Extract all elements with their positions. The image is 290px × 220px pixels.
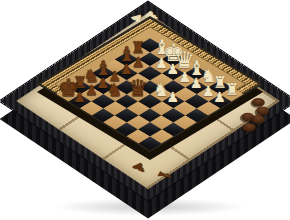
product-photo-frame: ♟♟♟♝ ♜♝♝♚♟♟♛♝♟♟♝♞♟♟♞♜♟♟♜♚♟♞♛♞♟♜♟♟♟ <box>0 0 290 220</box>
white-pawn-glyph: ♟ <box>167 91 180 105</box>
black-knight-glyph: ♞ <box>107 80 123 98</box>
white-rook-glyph: ♜ <box>224 82 238 98</box>
black-pawn-glyph: ♟ <box>132 56 145 70</box>
board-grid: ♜♝♝♚♟♟♛♝♟♟♝♞♟♟♞♜♟♟♜♚♟♞♛♞♟♜♟♟♟ <box>74 38 227 130</box>
black-pawn-glyph: ♟ <box>85 84 98 98</box>
white-pawn-glyph: ♟ <box>214 91 227 105</box>
black-queen[interactable]: ♛ <box>127 87 150 101</box>
black-pawn-glyph: ♟ <box>74 91 87 105</box>
black-queen-glyph: ♛ <box>128 77 149 100</box>
